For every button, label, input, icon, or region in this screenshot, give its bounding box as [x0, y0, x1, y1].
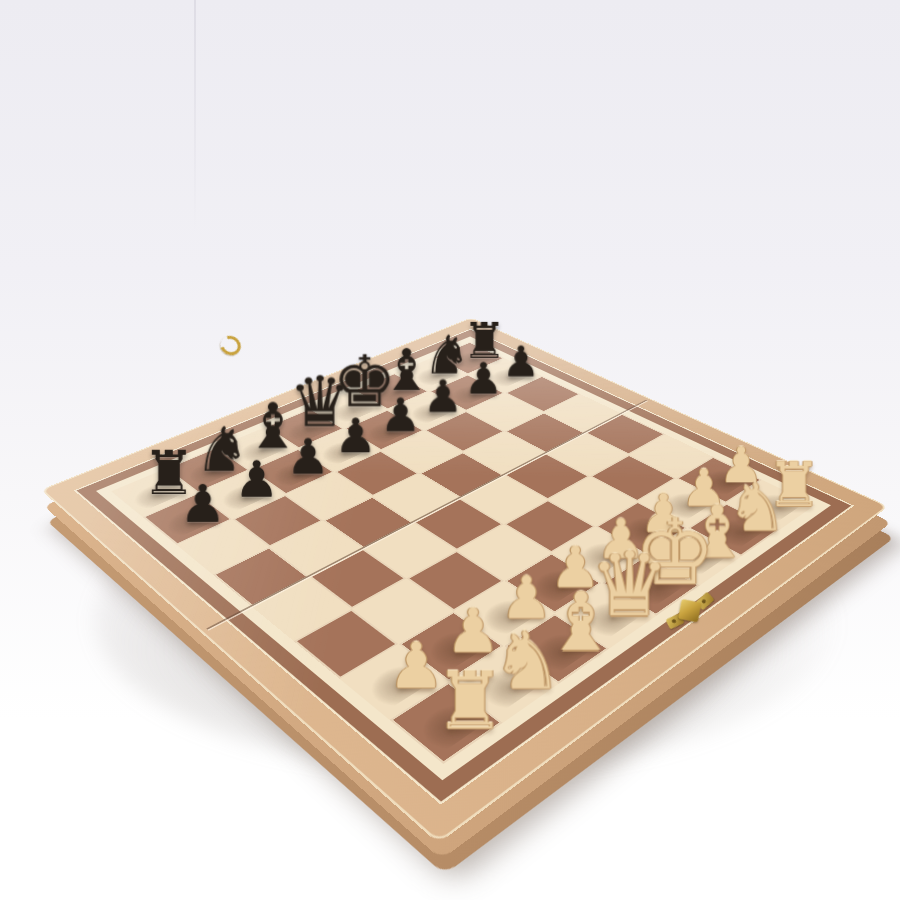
black-pawn[interactable]: ♟	[286, 433, 330, 482]
backdrop-seam	[194, 0, 196, 232]
chess-board: ♜♞♝♛♚♝♞♜♟♟♟♟♟♟♟♟♟♟♟♟♟♟♟♟♜♞♝♛♚♝♞♜	[41, 318, 889, 844]
white-rook[interactable]: ♜	[435, 661, 506, 740]
black-pawn[interactable]: ♟	[179, 478, 226, 530]
clasp-knob	[678, 599, 701, 622]
black-pawn[interactable]: ♟	[380, 393, 421, 439]
brass-ring	[217, 332, 244, 359]
black-pawn[interactable]: ♟	[234, 455, 279, 505]
black-pawn[interactable]: ♟	[423, 374, 463, 419]
photo-background: ♜♞♝♛♚♝♞♜♟♟♟♟♟♟♟♟♟♟♟♟♟♟♟♟♜♞♝♛♚♝♞♜	[0, 0, 900, 900]
black-pawn[interactable]: ♟	[463, 357, 502, 401]
black-pawn[interactable]: ♟	[334, 412, 377, 459]
black-pawn[interactable]: ♟	[502, 341, 540, 383]
board-border-band: ♜♞♝♛♚♝♞♜♟♟♟♟♟♟♟♟♟♟♟♟♟♟♟♟♜♞♝♛♚♝♞♜	[74, 329, 854, 805]
